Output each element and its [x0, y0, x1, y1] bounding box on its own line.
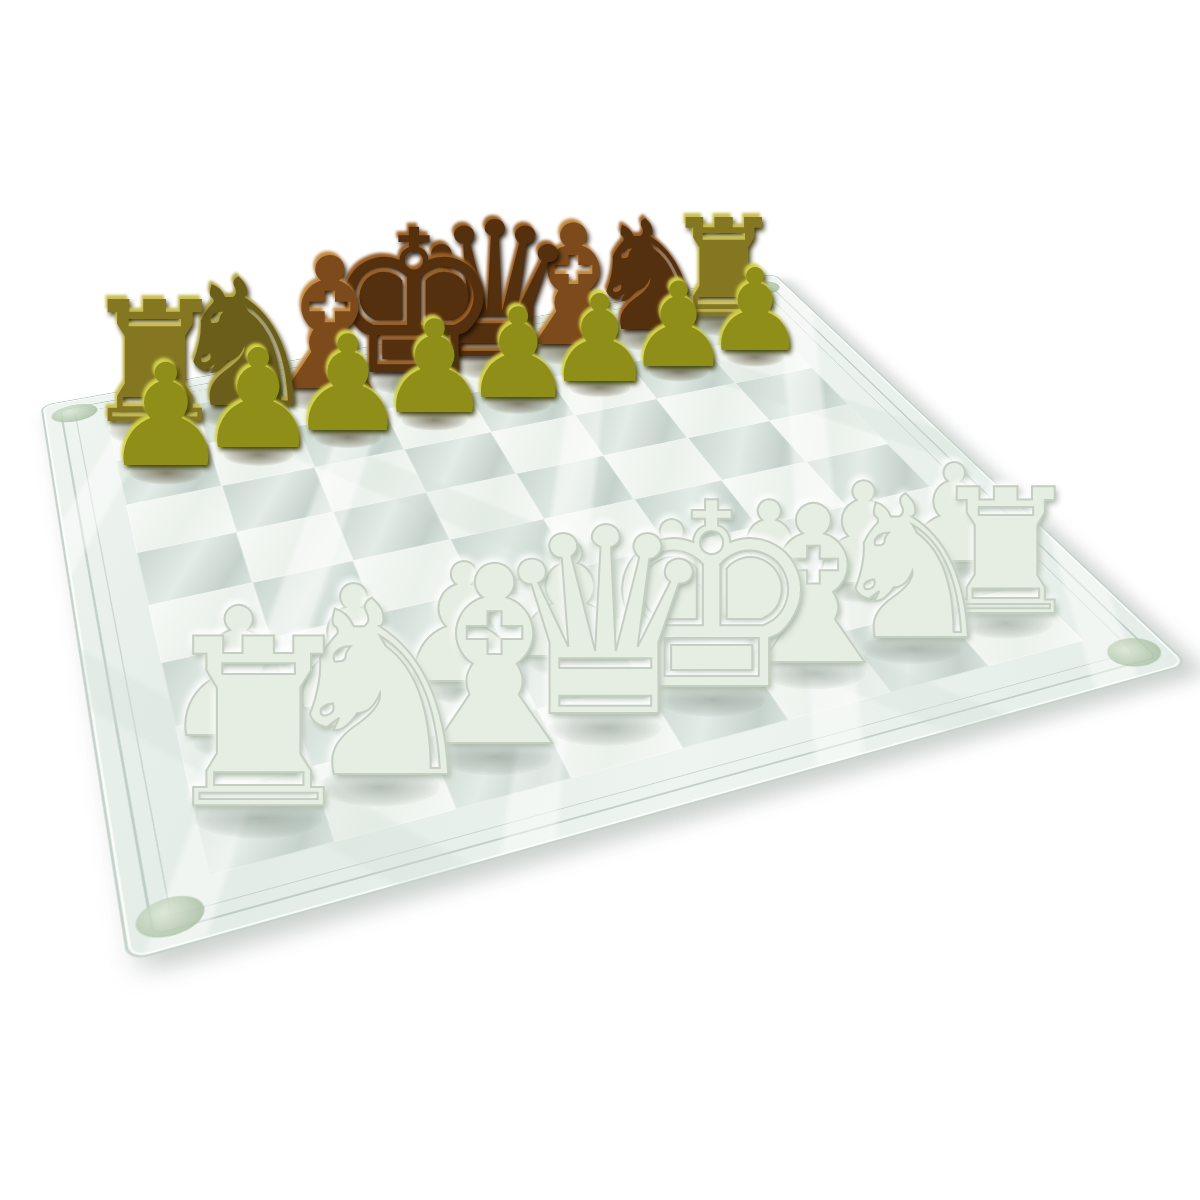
product-photo: ♜♞♝♟♛♟♚♟♝♟♞♟♜♟♟♟♟♟♟♜♟♞♟♝♟♚♟♛♟♝♞♜: [0, 0, 1200, 1200]
rubber-foot: [50, 401, 99, 426]
chess-board: [107, 302, 1083, 876]
rubber-foot: [737, 279, 785, 298]
rubber-foot: [1098, 633, 1171, 671]
rubber-foot: [133, 889, 209, 945]
glass-board: [40, 273, 1189, 962]
